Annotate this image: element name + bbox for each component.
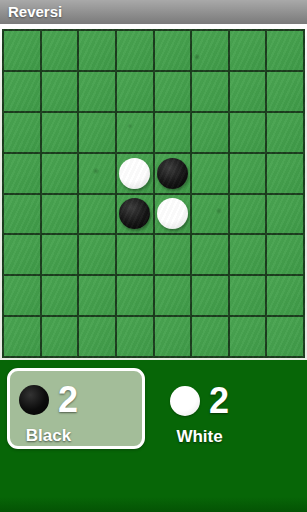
board-cell-e6[interactable]	[155, 235, 191, 274]
board-cell-d8[interactable]	[117, 317, 153, 356]
board-cell-g3[interactable]	[230, 113, 266, 152]
board-cell-b6[interactable]	[42, 235, 78, 274]
board-cell-f1[interactable]	[192, 31, 228, 70]
board-cell-d4[interactable]	[117, 154, 153, 193]
board-cell-a5[interactable]	[4, 195, 40, 234]
board-cell-e4[interactable]	[155, 154, 191, 193]
app-title: Reversi	[0, 0, 307, 24]
black-disc-icon	[19, 385, 49, 415]
board-cell-c7[interactable]	[79, 276, 115, 315]
board-cell-e2[interactable]	[155, 72, 191, 111]
board-cell-b5[interactable]	[42, 195, 78, 234]
board-cell-d5[interactable]	[117, 195, 153, 234]
board-cell-h3[interactable]	[267, 113, 303, 152]
board-cell-h2[interactable]	[267, 72, 303, 111]
white-disc-icon	[170, 386, 200, 416]
black-score: 2	[58, 384, 78, 415]
black-disc	[119, 198, 150, 229]
board-cell-g8[interactable]	[230, 317, 266, 356]
board-cell-h6[interactable]	[267, 235, 303, 274]
board-frame	[0, 24, 307, 360]
board-cell-a8[interactable]	[4, 317, 40, 356]
black-score-group: 2 Black	[19, 384, 78, 444]
board-cell-c1[interactable]	[79, 31, 115, 70]
board-cell-a3[interactable]	[4, 113, 40, 152]
white-score: 2	[209, 385, 229, 416]
board-cell-c2[interactable]	[79, 72, 115, 111]
board-cell-d1[interactable]	[117, 31, 153, 70]
board-cell-a2[interactable]	[4, 72, 40, 111]
board-cell-h5[interactable]	[267, 195, 303, 234]
board-cell-h8[interactable]	[267, 317, 303, 356]
board-cell-f4[interactable]	[192, 154, 228, 193]
white-score-group: 2 White	[158, 368, 258, 449]
board-cell-c8[interactable]	[79, 317, 115, 356]
board-cell-e1[interactable]	[155, 31, 191, 70]
title-bar: Reversi	[0, 0, 307, 24]
board-cell-e7[interactable]	[155, 276, 191, 315]
board-cell-g7[interactable]	[230, 276, 266, 315]
board-cell-d2[interactable]	[117, 72, 153, 111]
board-cell-g6[interactable]	[230, 235, 266, 274]
board-cell-d7[interactable]	[117, 276, 153, 315]
board-cell-d6[interactable]	[117, 235, 153, 274]
black-label: Black	[26, 427, 71, 444]
white-disc	[157, 198, 188, 229]
app-window: Reversi 2 Black 2 White	[0, 0, 307, 512]
board-cell-a1[interactable]	[4, 31, 40, 70]
board-cell-a4[interactable]	[4, 154, 40, 193]
black-disc	[157, 158, 188, 189]
board-cell-a7[interactable]	[4, 276, 40, 315]
board-cell-f2[interactable]	[192, 72, 228, 111]
board-cell-g5[interactable]	[230, 195, 266, 234]
board-cell-d3[interactable]	[117, 113, 153, 152]
board-cell-e8[interactable]	[155, 317, 191, 356]
board-cell-c6[interactable]	[79, 235, 115, 274]
board-cell-f3[interactable]	[192, 113, 228, 152]
board-cell-h4[interactable]	[267, 154, 303, 193]
board-cell-c3[interactable]	[79, 113, 115, 152]
white-disc	[119, 158, 150, 189]
board-cell-c5[interactable]	[79, 195, 115, 234]
board-cell-e3[interactable]	[155, 113, 191, 152]
board-cell-b2[interactable]	[42, 72, 78, 111]
board-cell-h7[interactable]	[267, 276, 303, 315]
board-cell-e5[interactable]	[155, 195, 191, 234]
board-cell-b4[interactable]	[42, 154, 78, 193]
board-cell-g2[interactable]	[230, 72, 266, 111]
board-cell-f6[interactable]	[192, 235, 228, 274]
score-panel: 2 Black 2 White	[0, 360, 307, 512]
board-cell-f8[interactable]	[192, 317, 228, 356]
board-cell-h1[interactable]	[267, 31, 303, 70]
black-score-card: 2 Black	[7, 368, 145, 449]
board-cell-b8[interactable]	[42, 317, 78, 356]
board-cell-a6[interactable]	[4, 235, 40, 274]
board-cell-f7[interactable]	[192, 276, 228, 315]
board-cell-g4[interactable]	[230, 154, 266, 193]
board-cell-g1[interactable]	[230, 31, 266, 70]
board-cell-c4[interactable]	[79, 154, 115, 193]
white-label: White	[176, 428, 222, 445]
board-cell-f5[interactable]	[192, 195, 228, 234]
board-cell-b3[interactable]	[42, 113, 78, 152]
board-cell-b1[interactable]	[42, 31, 78, 70]
reversi-board	[2, 29, 305, 358]
board-cell-b7[interactable]	[42, 276, 78, 315]
